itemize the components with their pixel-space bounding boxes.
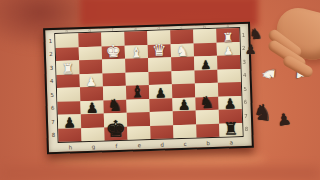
piece-black-n-b6[interactable]: ♞: [199, 94, 215, 111]
square-c8[interactable]: [173, 124, 196, 138]
player-hand: [256, 12, 320, 84]
square-g7[interactable]: [81, 113, 104, 127]
coord-file-a-bottom: a: [220, 140, 243, 146]
square-f5[interactable]: [103, 86, 126, 100]
coord-file-g-bottom: g: [82, 144, 105, 150]
piece-white-q-d2[interactable]: ♛: [152, 42, 167, 58]
square-c1[interactable]: [170, 30, 193, 44]
coord-file-e-bottom: e: [128, 142, 151, 148]
square-g2[interactable]: [79, 46, 102, 60]
square-c4[interactable]: [171, 70, 194, 84]
piece-white-k-f2[interactable]: ♚: [105, 43, 121, 60]
square-a1[interactable]: ♜: [216, 28, 239, 42]
square-e8[interactable]: [127, 125, 150, 139]
square-a4[interactable]: [217, 69, 240, 83]
square-a3[interactable]: [217, 55, 240, 69]
square-e2[interactable]: ♝: [125, 45, 148, 59]
square-d7[interactable]: [150, 111, 173, 125]
square-b2[interactable]: [194, 42, 217, 56]
coord-rank-6-left: 6: [48, 101, 56, 115]
scene: hgfedcba 12345678 12345678 hgfedcba ♜♚♝♛…: [0, 0, 320, 180]
square-f6[interactable]: ♞: [103, 99, 126, 113]
coord-rank-5-left: 5: [48, 88, 56, 102]
square-f2[interactable]: ♚: [102, 45, 125, 59]
square-e7[interactable]: [127, 112, 150, 126]
coord-rank-1-right: 1: [239, 28, 247, 42]
piece-black-b-e5[interactable]: ♝: [130, 84, 145, 100]
square-f7[interactable]: [104, 113, 127, 127]
board-frame: hgfedcba 12345678 12345678 hgfedcba ♜♚♝♛…: [43, 22, 254, 154]
coord-file-b-bottom: b: [197, 140, 220, 146]
square-h2[interactable]: [56, 47, 79, 61]
square-d6[interactable]: [149, 98, 172, 112]
square-c7[interactable]: [173, 111, 196, 125]
square-c3[interactable]: [171, 57, 194, 71]
square-h1[interactable]: [55, 33, 78, 47]
square-f3[interactable]: [102, 59, 125, 73]
square-h4[interactable]: [57, 74, 80, 88]
square-a6[interactable]: ♟: [218, 96, 241, 110]
square-d5[interactable]: ♟: [149, 84, 172, 98]
square-b8[interactable]: [196, 123, 219, 137]
coord-rank-8-right: 8: [242, 122, 250, 136]
square-c5[interactable]: [172, 84, 195, 98]
square-b3[interactable]: ♟: [194, 56, 217, 70]
square-g8[interactable]: [81, 127, 104, 141]
square-e4[interactable]: [125, 71, 148, 85]
square-c2[interactable]: ♞: [171, 43, 194, 57]
square-a5[interactable]: [218, 82, 241, 96]
tablecloth-fold-shadow: [0, 166, 320, 180]
chess-board: hgfedcba 12345678 12345678 hgfedcba ♜♚♝♛…: [43, 22, 254, 154]
square-a2[interactable]: ♟: [217, 42, 240, 56]
square-e6[interactable]: [126, 98, 149, 112]
coord-file-d-bottom: d: [151, 142, 174, 148]
coord-rank-1-left: 1: [46, 34, 54, 48]
coord-rank-6-right: 6: [241, 95, 249, 109]
square-b4[interactable]: [194, 69, 217, 83]
file-labels-bottom: hgfedcba: [59, 140, 243, 151]
coord-file-c-bottom: c: [174, 141, 197, 147]
captured-black-pawn-corner: ♟: [276, 111, 292, 129]
coord-rank-3-left: 3: [47, 61, 55, 75]
square-d8[interactable]: [150, 125, 173, 139]
square-e3[interactable]: [125, 58, 148, 72]
coord-rank-3-right: 3: [240, 55, 248, 69]
captured-black-knight-corner: ♞: [252, 101, 274, 125]
square-g1[interactable]: [78, 32, 101, 46]
square-d2[interactable]: ♛: [148, 44, 171, 58]
coord-rank-8-left: 8: [49, 128, 57, 142]
square-h3[interactable]: ♜: [56, 60, 79, 74]
square-d4[interactable]: [148, 71, 171, 85]
coord-rank-7-left: 7: [49, 115, 57, 129]
square-f8[interactable]: ♚: [104, 126, 127, 140]
square-d1[interactable]: [147, 30, 170, 44]
square-g4[interactable]: ♟: [80, 73, 103, 87]
square-b6[interactable]: ♞: [195, 96, 218, 110]
coord-rank-7-right: 7: [242, 109, 250, 123]
square-h5[interactable]: [57, 87, 80, 101]
coord-rank-4-left: 4: [48, 74, 56, 88]
square-h6[interactable]: [57, 101, 80, 115]
board-grid: ♜♚♝♛♞♟♜♟♟♝♟♟♞♟♞♟♟♚♜: [55, 28, 242, 142]
square-e5[interactable]: ♝: [126, 85, 149, 99]
piece-black-n-f6[interactable]: ♞: [107, 97, 123, 114]
square-g3[interactable]: [79, 59, 102, 73]
coord-rank-2-right: 2: [240, 41, 248, 55]
square-c6[interactable]: ♟: [172, 97, 195, 111]
square-a7[interactable]: [219, 109, 242, 123]
square-f4[interactable]: [103, 72, 126, 86]
coord-rank-4-right: 4: [240, 68, 248, 82]
piece-black-r-a8[interactable]: ♜: [223, 120, 239, 137]
coord-rank-5-right: 5: [241, 82, 249, 96]
square-f1[interactable]: [101, 32, 124, 46]
square-b7[interactable]: [196, 110, 219, 124]
square-d3[interactable]: [148, 57, 171, 71]
coord-rank-2-left: 2: [47, 47, 55, 61]
square-e1[interactable]: [124, 31, 147, 45]
square-b1[interactable]: [193, 29, 216, 43]
coord-file-f-bottom: f: [105, 143, 128, 149]
square-a8[interactable]: ♜: [219, 123, 242, 137]
square-g6[interactable]: ♟: [80, 100, 103, 114]
square-b5[interactable]: [195, 83, 218, 97]
coord-file-h-bottom: h: [59, 145, 82, 151]
square-h7[interactable]: ♟: [58, 114, 81, 128]
square-g5[interactable]: [80, 86, 103, 100]
square-h8[interactable]: [58, 128, 81, 142]
